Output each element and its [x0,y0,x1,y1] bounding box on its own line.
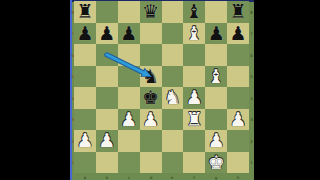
square-g7[interactable]: ♟ [205,23,227,45]
square-b6[interactable] [96,44,118,66]
square-b5[interactable] [96,66,118,88]
board-left-border [70,0,72,180]
piece-black-king[interactable]: ♚ [142,88,159,107]
piece-black-pawn[interactable]: ♟ [230,23,247,42]
square-h3[interactable]: ♟ [227,109,249,131]
square-e7[interactable] [162,23,184,45]
square-a6[interactable] [74,44,96,66]
square-h8[interactable]: ♜ [227,1,249,23]
piece-white-pawn[interactable]: ♟ [230,109,247,128]
square-b7[interactable]: ♟ [96,23,118,45]
square-f5[interactable] [183,66,205,88]
chess-board-panel: ♜♛♝♜♟♟♟♝♟♟♞♝♚♞♟♟♟♜♟♟♟♟♚ 8877665544332211… [70,0,254,180]
square-d2[interactable] [140,130,162,152]
square-e4[interactable]: ♞ [162,87,184,109]
piece-white-pawn[interactable]: ♟ [98,131,115,150]
square-g2[interactable]: ♟ [205,130,227,152]
piece-black-pawn[interactable]: ♟ [98,23,115,42]
piece-black-pawn[interactable]: ♟ [76,23,93,42]
square-h5[interactable] [227,66,249,88]
square-e2[interactable] [162,130,184,152]
piece-black-pawn[interactable]: ♟ [208,23,225,42]
square-g4[interactable] [205,87,227,109]
square-f6[interactable] [183,44,205,66]
square-d3[interactable]: ♟ [140,109,162,131]
square-e1[interactable] [162,152,184,174]
piece-white-pawn[interactable]: ♟ [186,88,203,107]
piece-white-king[interactable]: ♚ [208,152,225,171]
square-d7[interactable] [140,23,162,45]
piece-white-pawn[interactable]: ♟ [142,109,159,128]
square-g6[interactable] [205,44,227,66]
piece-white-pawn[interactable]: ♟ [120,109,137,128]
piece-white-knight[interactable]: ♞ [164,88,181,107]
square-c7[interactable]: ♟ [118,23,140,45]
square-a4[interactable] [74,87,96,109]
square-c1[interactable] [118,152,140,174]
square-h1[interactable] [227,152,249,174]
square-e5[interactable] [162,66,184,88]
square-g8[interactable] [205,1,227,23]
square-a2[interactable]: ♟ [74,130,96,152]
square-g3[interactable] [205,109,227,131]
square-c3[interactable]: ♟ [118,109,140,131]
square-b2[interactable]: ♟ [96,130,118,152]
square-f2[interactable] [183,130,205,152]
square-e8[interactable] [162,1,184,23]
square-c6[interactable] [118,44,140,66]
chess-board: ♜♛♝♜♟♟♟♝♟♟♞♝♚♞♟♟♟♜♟♟♟♟♚ [74,1,249,173]
square-c4[interactable] [118,87,140,109]
piece-white-pawn[interactable]: ♟ [208,131,225,150]
piece-black-bishop[interactable]: ♝ [186,2,203,21]
square-e6[interactable] [162,44,184,66]
square-f7[interactable]: ♝ [183,23,205,45]
square-b1[interactable] [96,152,118,174]
piece-white-bishop[interactable]: ♝ [208,66,225,85]
square-e3[interactable] [162,109,184,131]
square-g5[interactable]: ♝ [205,66,227,88]
square-a8[interactable]: ♜ [74,1,96,23]
square-d6[interactable] [140,44,162,66]
screenshot-stage: ♜♛♝♜♟♟♟♝♟♟♞♝♚♞♟♟♟♜♟♟♟♟♚ 8877665544332211… [0,0,320,180]
square-a3[interactable] [74,109,96,131]
square-b3[interactable] [96,109,118,131]
square-d4[interactable]: ♚ [140,87,162,109]
square-h4[interactable] [227,87,249,109]
square-a7[interactable]: ♟ [74,23,96,45]
square-f4[interactable]: ♟ [183,87,205,109]
square-a5[interactable] [74,66,96,88]
square-h7[interactable]: ♟ [227,23,249,45]
piece-black-rook[interactable]: ♜ [76,2,93,21]
square-b8[interactable] [96,1,118,23]
square-g1[interactable]: ♚ [205,152,227,174]
square-c2[interactable] [118,130,140,152]
square-f1[interactable] [183,152,205,174]
piece-black-knight[interactable]: ♞ [142,66,159,85]
square-a1[interactable] [74,152,96,174]
square-c8[interactable] [118,1,140,23]
square-h6[interactable] [227,44,249,66]
square-f3[interactable]: ♜ [183,109,205,131]
square-d1[interactable] [140,152,162,174]
square-d5[interactable]: ♞ [140,66,162,88]
piece-white-rook[interactable]: ♜ [186,109,203,128]
piece-black-rook[interactable]: ♜ [230,2,247,21]
piece-white-pawn[interactable]: ♟ [76,131,93,150]
square-h2[interactable] [227,130,249,152]
square-b4[interactable] [96,87,118,109]
piece-black-pawn[interactable]: ♟ [120,23,137,42]
square-f8[interactable]: ♝ [183,1,205,23]
piece-black-queen[interactable]: ♛ [142,2,159,21]
square-c5[interactable] [118,66,140,88]
piece-white-bishop[interactable]: ♝ [186,23,203,42]
square-d8[interactable]: ♛ [140,1,162,23]
